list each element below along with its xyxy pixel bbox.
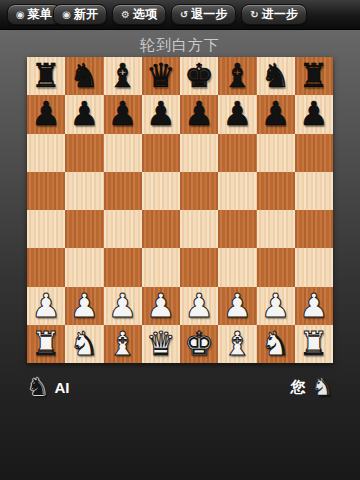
square-a2[interactable]: ♟ — [27, 287, 65, 325]
square-c7[interactable]: ♟ — [104, 95, 142, 133]
turn-status-text: 轮到白方下 — [0, 36, 360, 55]
square-a6[interactable] — [27, 134, 65, 172]
black-rook: ♜ — [299, 57, 329, 95]
white-king: ♚ — [184, 325, 214, 363]
square-a7[interactable]: ♟ — [27, 95, 65, 133]
square-d5[interactable] — [142, 172, 180, 210]
white-queen: ♛ — [146, 325, 176, 363]
square-d4[interactable] — [142, 210, 180, 248]
square-g8[interactable]: ♞ — [257, 57, 295, 95]
new-game-button-label: 新开 — [74, 6, 98, 23]
options-button-label: 选项 — [133, 6, 157, 23]
square-b4[interactable] — [65, 210, 103, 248]
black-knight-icon: ♞ — [27, 374, 49, 400]
square-e4[interactable] — [180, 210, 218, 248]
toolbar-center-group: ◉ 新开 ⚙ 选项 ↺ 退一步 ↻ 进一步 — [0, 4, 360, 25]
black-rook: ♜ — [31, 57, 61, 95]
white-rook: ♜ — [299, 325, 329, 363]
square-a8[interactable]: ♜ — [27, 57, 65, 95]
square-e3[interactable] — [180, 248, 218, 286]
square-f1[interactable]: ♝ — [218, 325, 256, 363]
square-c6[interactable] — [104, 134, 142, 172]
white-bishop: ♝ — [108, 325, 138, 363]
square-d2[interactable]: ♟ — [142, 287, 180, 325]
black-pawn: ♟ — [299, 95, 329, 133]
white-pawn: ♟ — [31, 287, 61, 325]
square-g4[interactable] — [257, 210, 295, 248]
square-h6[interactable] — [295, 134, 333, 172]
square-g6[interactable] — [257, 134, 295, 172]
black-pawn: ♟ — [223, 95, 253, 133]
square-a5[interactable] — [27, 172, 65, 210]
square-e5[interactable] — [180, 172, 218, 210]
undo-arrow-icon: ↺ — [180, 10, 188, 20]
square-g3[interactable] — [257, 248, 295, 286]
new-game-icon: ◉ — [62, 10, 71, 20]
square-a4[interactable] — [27, 210, 65, 248]
black-bishop: ♝ — [223, 57, 253, 95]
square-c3[interactable] — [104, 248, 142, 286]
white-pawn: ♟ — [70, 287, 100, 325]
black-bishop: ♝ — [108, 57, 138, 95]
white-pawn: ♟ — [108, 287, 138, 325]
black-knight: ♞ — [261, 57, 291, 95]
square-f2[interactable]: ♟ — [218, 287, 256, 325]
players-bar: ♞ AI 您 ♞ — [27, 374, 333, 400]
black-pawn: ♟ — [146, 95, 176, 133]
square-e7[interactable]: ♟ — [180, 95, 218, 133]
black-queen: ♛ — [146, 57, 176, 95]
square-a1[interactable]: ♜ — [27, 325, 65, 363]
square-h8[interactable]: ♜ — [295, 57, 333, 95]
square-h4[interactable] — [295, 210, 333, 248]
square-g7[interactable]: ♟ — [257, 95, 295, 133]
main-area: 轮到白方下 ♜♞♝♛♚♝♞♜♟♟♟♟♟♟♟♟♟♟♟♟♟♟♟♟♜♞♝♛♚♝♞♜ ♞… — [0, 30, 360, 480]
square-b6[interactable] — [65, 134, 103, 172]
square-g1[interactable]: ♞ — [257, 325, 295, 363]
square-d1[interactable]: ♛ — [142, 325, 180, 363]
square-b5[interactable] — [65, 172, 103, 210]
square-c5[interactable] — [104, 172, 142, 210]
redo-arrow-icon: ↻ — [250, 10, 258, 20]
square-f4[interactable] — [218, 210, 256, 248]
square-a3[interactable] — [27, 248, 65, 286]
white-pawn: ♟ — [184, 287, 214, 325]
redo-button-label: 进一步 — [262, 6, 298, 23]
square-h5[interactable] — [295, 172, 333, 210]
black-knight: ♞ — [70, 57, 100, 95]
white-pawn: ♟ — [223, 287, 253, 325]
square-b2[interactable]: ♟ — [65, 287, 103, 325]
player-black: ♞ AI — [27, 374, 70, 400]
black-pawn: ♟ — [31, 95, 61, 133]
redo-button[interactable]: ↻ 进一步 — [241, 4, 306, 25]
square-h2[interactable]: ♟ — [295, 287, 333, 325]
square-e1[interactable]: ♚ — [180, 325, 218, 363]
square-h7[interactable]: ♟ — [295, 95, 333, 133]
player-black-label: AI — [55, 379, 70, 396]
player-white: 您 ♞ — [290, 374, 333, 400]
black-king: ♚ — [184, 57, 214, 95]
square-e8[interactable]: ♚ — [180, 57, 218, 95]
black-pawn: ♟ — [261, 95, 291, 133]
black-pawn: ♟ — [184, 95, 214, 133]
player-white-label: 您 — [290, 378, 305, 397]
new-game-button[interactable]: ◉ 新开 — [53, 4, 107, 25]
chess-board: ♜♞♝♛♚♝♞♜♟♟♟♟♟♟♟♟♟♟♟♟♟♟♟♟♜♞♝♛♚♝♞♜ — [27, 57, 333, 363]
square-f3[interactable] — [218, 248, 256, 286]
square-b3[interactable] — [65, 248, 103, 286]
black-pawn: ♟ — [70, 95, 100, 133]
white-knight: ♞ — [261, 325, 291, 363]
white-bishop: ♝ — [223, 325, 253, 363]
black-pawn: ♟ — [108, 95, 138, 133]
square-d6[interactable] — [142, 134, 180, 172]
white-pawn: ♟ — [261, 287, 291, 325]
square-c4[interactable] — [104, 210, 142, 248]
square-d3[interactable] — [142, 248, 180, 286]
undo-button-label: 退一步 — [191, 6, 227, 23]
white-knight: ♞ — [70, 325, 100, 363]
white-pawn: ♟ — [146, 287, 176, 325]
options-button[interactable]: ⚙ 选项 — [112, 4, 166, 25]
white-pawn: ♟ — [299, 287, 329, 325]
square-c2[interactable]: ♟ — [104, 287, 142, 325]
square-g5[interactable] — [257, 172, 295, 210]
white-rook: ♜ — [31, 325, 61, 363]
square-b7[interactable]: ♟ — [65, 95, 103, 133]
square-b1[interactable]: ♞ — [65, 325, 103, 363]
square-c8[interactable]: ♝ — [104, 57, 142, 95]
square-e2[interactable]: ♟ — [180, 287, 218, 325]
square-g2[interactable]: ♟ — [257, 287, 295, 325]
square-b8[interactable]: ♞ — [65, 57, 103, 95]
toolbar: ◉ 菜单 ◉ 新开 ⚙ 选项 ↺ 退一步 ↻ 进一步 — [0, 0, 360, 30]
white-knight-icon: ♞ — [311, 374, 333, 400]
square-f8[interactable]: ♝ — [218, 57, 256, 95]
undo-button[interactable]: ↺ 退一步 — [171, 4, 236, 25]
square-c1[interactable]: ♝ — [104, 325, 142, 363]
gear-icon: ⚙ — [121, 10, 130, 20]
square-f7[interactable]: ♟ — [218, 95, 256, 133]
square-h1[interactable]: ♜ — [295, 325, 333, 363]
square-e6[interactable] — [180, 134, 218, 172]
square-f6[interactable] — [218, 134, 256, 172]
square-d8[interactable]: ♛ — [142, 57, 180, 95]
square-f5[interactable] — [218, 172, 256, 210]
square-d7[interactable]: ♟ — [142, 95, 180, 133]
chess-app: ◉ 菜单 ◉ 新开 ⚙ 选项 ↺ 退一步 ↻ 进一步 轮到白方下 ♜♞♝♛♚♝♞… — [0, 0, 360, 480]
square-h3[interactable] — [295, 248, 333, 286]
